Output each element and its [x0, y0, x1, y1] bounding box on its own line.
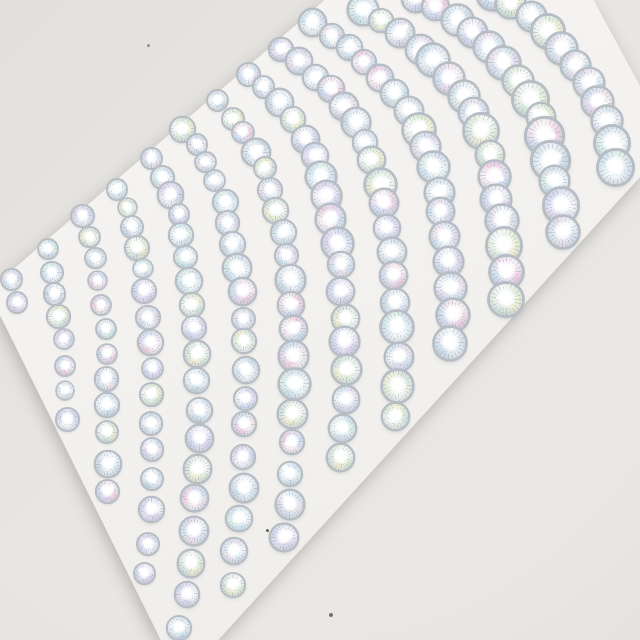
rhinestone — [55, 330, 73, 348]
dust-speck — [266, 529, 269, 532]
rhinestone — [271, 525, 297, 551]
rhinestone — [45, 284, 65, 304]
rhinestone — [333, 306, 358, 331]
rhinestone — [334, 387, 359, 412]
rhinestone — [259, 179, 281, 201]
rhinestone — [181, 294, 203, 316]
rhinestone — [57, 382, 74, 399]
rhinestone — [280, 370, 308, 398]
rhinestone — [2, 270, 20, 288]
rhinestone — [331, 328, 359, 356]
rhinestone — [98, 345, 116, 363]
rhinestone — [383, 371, 412, 400]
rhinestone — [80, 228, 98, 246]
rhinestone — [232, 446, 255, 469]
rhinestone — [168, 617, 190, 639]
rhinestone — [187, 426, 212, 451]
rhinestone — [328, 279, 353, 304]
rhinestone — [97, 320, 115, 338]
rhinestone — [122, 217, 142, 237]
rhinestone — [96, 368, 118, 390]
rhinestone — [135, 564, 155, 584]
rhinestone — [428, 199, 454, 225]
rhinestone — [185, 342, 209, 366]
rhinestone — [328, 445, 353, 470]
rhinestone — [279, 463, 301, 485]
dust-speck — [147, 44, 150, 47]
rhinestone — [159, 183, 182, 206]
rhinestone — [138, 534, 158, 554]
rhinestone — [329, 253, 353, 277]
rhinestone — [222, 539, 246, 563]
rhinestone — [97, 422, 117, 442]
rhinestone — [379, 239, 405, 265]
rhinestone — [96, 452, 120, 476]
rhinestone — [548, 217, 578, 247]
rhinestone — [382, 312, 412, 342]
rhinestone — [381, 263, 406, 288]
rhinestone — [142, 439, 163, 460]
rhinestone — [382, 290, 407, 315]
rhinestone — [89, 272, 106, 289]
rhinestone — [280, 342, 307, 369]
rhinestone — [72, 206, 92, 226]
rhinestone — [227, 507, 250, 530]
rhinestone — [96, 394, 118, 416]
rhinestone — [333, 356, 361, 384]
rhinestone — [181, 518, 207, 544]
rhinestone — [205, 171, 224, 190]
rhinestone — [281, 431, 303, 453]
rhinestone — [599, 151, 632, 184]
rhinestone — [279, 401, 306, 428]
rhinestone — [140, 498, 163, 521]
rhinestone — [141, 413, 162, 434]
rhinestone — [170, 224, 192, 246]
rhinestone — [419, 153, 448, 182]
rhinestone — [42, 263, 61, 282]
rhinestone — [231, 475, 257, 501]
rhinestone — [264, 199, 287, 222]
rhinestone — [230, 279, 255, 304]
rhinestone — [48, 306, 69, 327]
rhinestone — [208, 91, 227, 110]
rhinestone — [142, 149, 160, 167]
rhinestone — [8, 293, 27, 312]
rhinestone — [175, 247, 196, 268]
rhinestone — [217, 212, 239, 234]
rhinestone — [383, 404, 408, 429]
rhinestone — [272, 221, 295, 244]
rhinestone — [185, 456, 211, 482]
rhinestone — [133, 280, 154, 301]
rhinestone — [119, 199, 137, 217]
rhinestone — [255, 158, 275, 178]
rhinestone — [56, 357, 74, 375]
rhinestone — [491, 257, 522, 288]
rhinestone — [143, 359, 162, 378]
rhinestone — [281, 317, 305, 341]
rhinestone — [435, 328, 465, 358]
rhinestone — [177, 269, 201, 293]
rhinestone — [436, 274, 464, 302]
rhinestone — [139, 331, 162, 354]
rhinestone — [97, 481, 118, 502]
rhinestone — [330, 416, 355, 441]
rhinestone — [222, 574, 244, 596]
rhinestone — [386, 344, 412, 370]
rhinestone — [142, 469, 162, 489]
rhinestone — [170, 205, 189, 224]
rhinestone — [277, 266, 305, 294]
rhinestone — [214, 191, 237, 214]
rhinestone — [39, 240, 57, 258]
rhinestone — [92, 296, 110, 314]
rhinestone — [188, 399, 212, 423]
rhinestone — [438, 300, 468, 330]
rhinestone — [435, 248, 462, 275]
product-photo — [0, 0, 640, 640]
rhinestone — [86, 249, 105, 268]
rhinestone — [57, 409, 78, 430]
rhinestone — [490, 284, 522, 316]
rhinestone — [182, 486, 207, 511]
rhinestone — [233, 123, 252, 142]
rhinestone — [224, 255, 250, 281]
rhinestone — [279, 293, 303, 317]
rhinestone — [431, 223, 458, 250]
rhinestone-grid — [0, 0, 640, 640]
rhinestone — [176, 583, 199, 606]
rhinestone — [234, 358, 258, 382]
rhinestone — [221, 233, 244, 256]
rhinestone — [233, 309, 254, 330]
rhinestone — [108, 180, 127, 199]
rhinestone — [185, 369, 208, 392]
rhinestone — [233, 413, 255, 435]
rhinestone — [277, 491, 304, 518]
rhinestone — [359, 148, 384, 173]
rhinestone — [134, 260, 152, 278]
dust-speck — [329, 613, 333, 617]
rhinestone — [183, 317, 205, 339]
rhinestone — [188, 135, 207, 154]
rhinestone — [375, 216, 399, 240]
rhinestone — [196, 153, 215, 172]
rhinestone — [233, 330, 255, 352]
rhinestone — [126, 237, 148, 259]
rhinestone — [179, 551, 204, 576]
rhinestone — [371, 190, 398, 217]
rhinestone — [141, 384, 162, 405]
rhinestone — [276, 245, 297, 266]
rhinestone — [235, 388, 256, 409]
rhinestone — [137, 307, 158, 328]
